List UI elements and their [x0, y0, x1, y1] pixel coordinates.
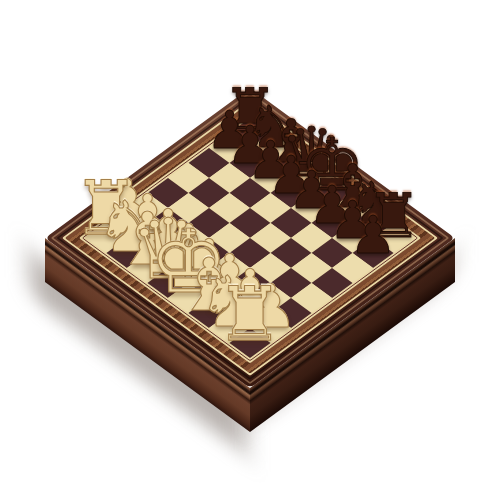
square-h1[interactable]: ♜	[229, 328, 270, 358]
white-rook-icon: ♜	[206, 277, 294, 352]
chess-set-scene: ♜♞♝♛♚♝♞♜♟♟♟♟♟♟♟♟♟♟♟♟♟♟♟♟♜♞♝♛♚♝♞♜	[0, 0, 500, 500]
